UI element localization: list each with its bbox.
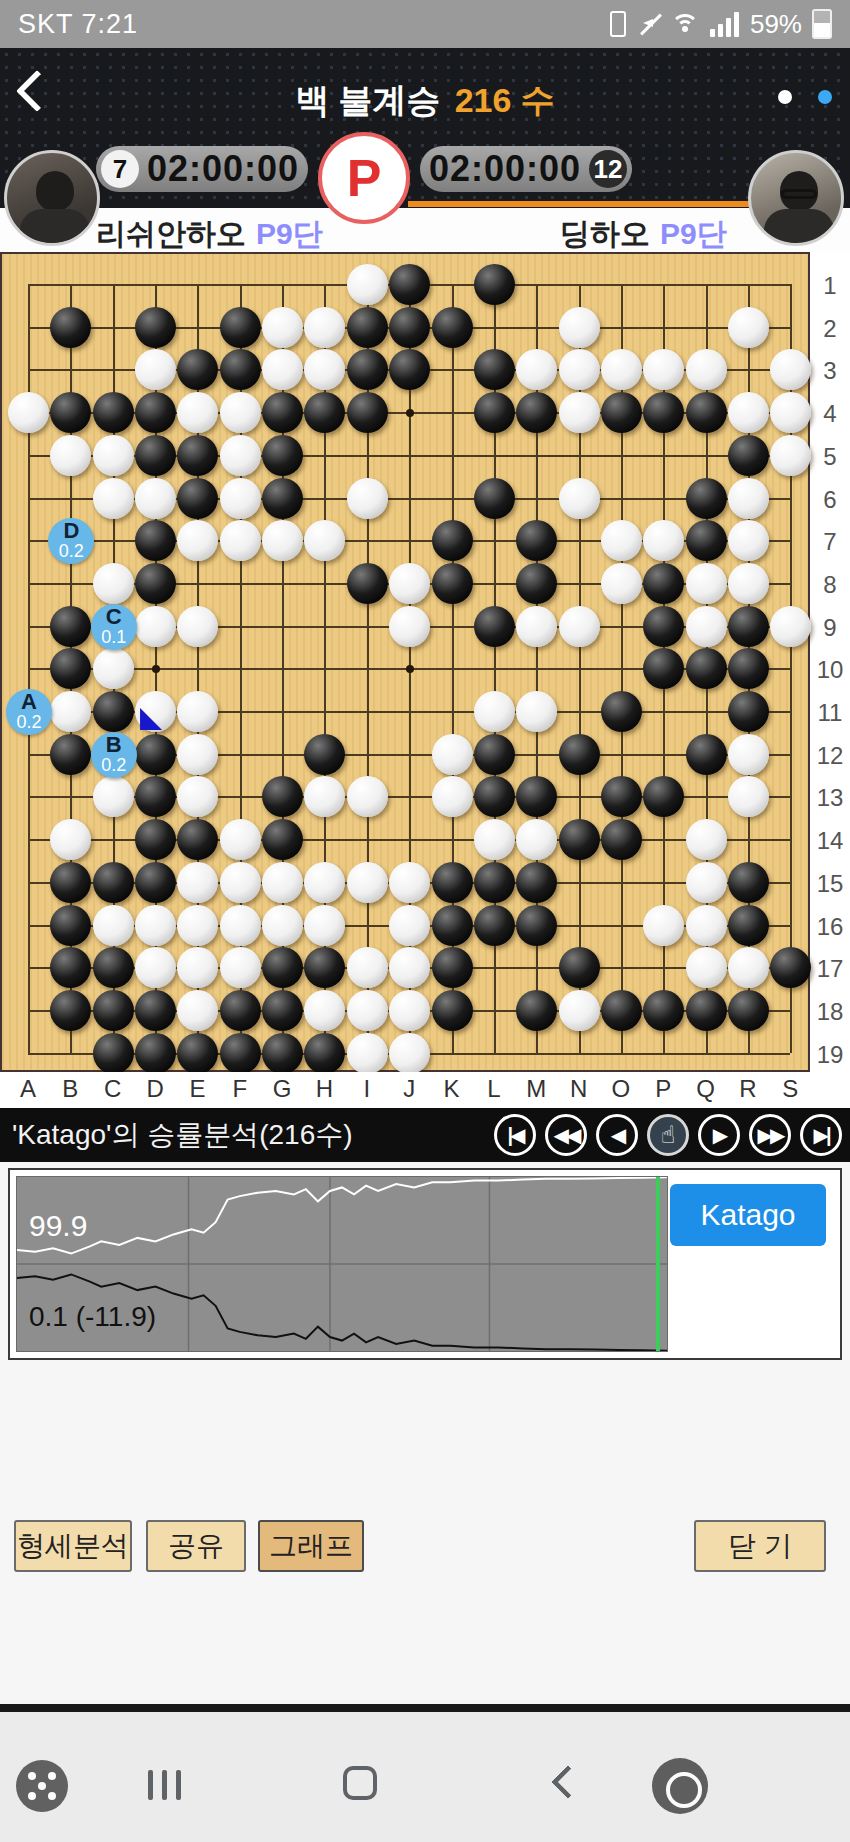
white-stone[interactable] bbox=[770, 392, 811, 433]
white-stone[interactable] bbox=[686, 349, 727, 390]
black-stone[interactable] bbox=[93, 990, 134, 1031]
black-stone[interactable] bbox=[559, 819, 600, 860]
black-stone[interactable] bbox=[601, 691, 642, 732]
row-label: 12 bbox=[810, 742, 850, 770]
left-player-name: 리쉬안하오P9단 bbox=[96, 214, 323, 255]
row-label: 7 bbox=[810, 528, 850, 556]
black-stone[interactable] bbox=[135, 563, 176, 604]
white-stone[interactable] bbox=[559, 606, 600, 647]
white-winrate-label: 99.9 bbox=[29, 1209, 87, 1243]
white-stone[interactable] bbox=[177, 990, 218, 1031]
white-stone[interactable] bbox=[643, 520, 684, 561]
white-stone[interactable] bbox=[559, 990, 600, 1031]
black-stone[interactable] bbox=[728, 606, 769, 647]
white-stone[interactable] bbox=[220, 520, 261, 561]
black-stone[interactable] bbox=[50, 862, 91, 903]
black-stone[interactable] bbox=[304, 734, 345, 775]
white-stone[interactable] bbox=[93, 648, 134, 689]
white-stone[interactable] bbox=[432, 734, 473, 775]
black-stone[interactable] bbox=[432, 862, 473, 903]
page-dot-white[interactable] bbox=[778, 90, 792, 104]
last-move-button[interactable]: ▶| bbox=[800, 1114, 842, 1156]
black-stone[interactable] bbox=[50, 905, 91, 946]
black-stone[interactable] bbox=[135, 819, 176, 860]
go-board[interactable]: 12345678910111213141516171819 D0.2C0.1A0… bbox=[0, 252, 850, 1072]
black-stone[interactable] bbox=[50, 392, 91, 433]
mute-icon bbox=[636, 12, 660, 36]
row-label: 17 bbox=[810, 955, 850, 983]
black-stone[interactable] bbox=[728, 648, 769, 689]
winrate-graph-card: 99.9 0.1 (-11.9) Katago bbox=[8, 1168, 842, 1360]
white-stone[interactable] bbox=[559, 478, 600, 519]
white-stone[interactable] bbox=[304, 990, 345, 1031]
white-stone[interactable] bbox=[177, 392, 218, 433]
column-coordinates: ABCDEFGHIJKLMNOPQRS bbox=[0, 1072, 850, 1106]
black-stone[interactable] bbox=[135, 435, 176, 476]
black-stone[interactable] bbox=[601, 819, 642, 860]
white-stone[interactable] bbox=[220, 947, 261, 988]
black-stone[interactable] bbox=[432, 563, 473, 604]
black-stone[interactable] bbox=[93, 691, 134, 732]
black-stone[interactable] bbox=[728, 905, 769, 946]
black-stone[interactable] bbox=[389, 307, 430, 348]
white-stone[interactable] bbox=[686, 947, 727, 988]
black-stone[interactable] bbox=[262, 435, 303, 476]
white-stone[interactable] bbox=[347, 1033, 388, 1074]
black-stone[interactable] bbox=[643, 990, 684, 1031]
black-stone[interactable] bbox=[516, 392, 557, 433]
column-label: M bbox=[516, 1075, 556, 1103]
move-label-D[interactable]: D0.2 bbox=[48, 518, 94, 564]
white-stone[interactable] bbox=[516, 349, 557, 390]
white-stone[interactable] bbox=[559, 349, 600, 390]
white-stone[interactable] bbox=[516, 819, 557, 860]
white-stone[interactable] bbox=[770, 606, 811, 647]
white-stone[interactable] bbox=[686, 862, 727, 903]
row-label: 16 bbox=[810, 913, 850, 941]
turn-indicator-line bbox=[408, 201, 760, 207]
black-stone[interactable] bbox=[686, 990, 727, 1031]
black-stone[interactable] bbox=[135, 1033, 176, 1074]
white-stone[interactable] bbox=[177, 862, 218, 903]
black-stone[interactable] bbox=[135, 776, 176, 817]
black-stone[interactable] bbox=[389, 264, 430, 305]
left-player-clock: 7 02:00:00 bbox=[96, 146, 308, 192]
white-stone[interactable] bbox=[262, 307, 303, 348]
move-label-B[interactable]: B0.2 bbox=[91, 732, 137, 778]
white-stone[interactable] bbox=[347, 776, 388, 817]
star-point bbox=[406, 665, 414, 673]
column-label: G bbox=[262, 1075, 302, 1103]
page-indicator[interactable] bbox=[778, 90, 832, 104]
white-stone[interactable] bbox=[93, 776, 134, 817]
black-stone[interactable] bbox=[432, 520, 473, 561]
assistive-touch-button[interactable] bbox=[652, 1758, 708, 1814]
row-label: 4 bbox=[810, 400, 850, 428]
column-label: Q bbox=[686, 1075, 726, 1103]
black-stone[interactable] bbox=[686, 478, 727, 519]
black-stone[interactable] bbox=[432, 307, 473, 348]
column-label: S bbox=[770, 1075, 810, 1103]
row-label: 2 bbox=[810, 315, 850, 343]
white-stone[interactable] bbox=[643, 905, 684, 946]
white-stone[interactable] bbox=[516, 606, 557, 647]
black-stone[interactable] bbox=[93, 947, 134, 988]
row-label: 6 bbox=[810, 486, 850, 514]
fast-back-button[interactable]: ◀◀ bbox=[545, 1114, 587, 1156]
hand-tool-button[interactable]: ☝ bbox=[647, 1114, 689, 1156]
black-stone[interactable] bbox=[50, 947, 91, 988]
black-stone[interactable] bbox=[686, 648, 727, 689]
white-stone[interactable] bbox=[220, 862, 261, 903]
white-stone[interactable] bbox=[135, 947, 176, 988]
white-stone[interactable] bbox=[135, 349, 176, 390]
black-stone[interactable] bbox=[347, 392, 388, 433]
black-stone[interactable] bbox=[304, 1033, 345, 1074]
white-stone[interactable] bbox=[389, 606, 430, 647]
white-stone[interactable] bbox=[686, 606, 727, 647]
white-stone[interactable] bbox=[474, 691, 515, 732]
column-label: K bbox=[432, 1075, 472, 1103]
black-stone[interactable] bbox=[262, 1033, 303, 1074]
winrate-plot[interactable]: 99.9 0.1 (-11.9) bbox=[16, 1176, 668, 1352]
black-stone[interactable] bbox=[686, 392, 727, 433]
column-label: O bbox=[601, 1075, 641, 1103]
star-point bbox=[406, 409, 414, 417]
white-stone[interactable] bbox=[770, 435, 811, 476]
white-stone[interactable] bbox=[559, 392, 600, 433]
wifi-icon bbox=[670, 12, 700, 36]
black-stone[interactable] bbox=[262, 947, 303, 988]
first-move-button[interactable]: |◀ bbox=[494, 1114, 536, 1156]
page-dot-blue[interactable] bbox=[818, 90, 832, 104]
black-stone[interactable] bbox=[643, 776, 684, 817]
white-stone[interactable] bbox=[686, 819, 727, 860]
black-stone[interactable] bbox=[686, 520, 727, 561]
white-stone[interactable] bbox=[135, 905, 176, 946]
black-stone[interactable] bbox=[177, 819, 218, 860]
white-stone[interactable] bbox=[304, 862, 345, 903]
footer-button-2[interactable]: 공유 bbox=[146, 1520, 246, 1572]
white-stone[interactable] bbox=[347, 990, 388, 1031]
black-stone[interactable] bbox=[432, 947, 473, 988]
black-stone[interactable] bbox=[516, 563, 557, 604]
black-stone[interactable] bbox=[432, 990, 473, 1031]
white-stone[interactable] bbox=[389, 862, 430, 903]
black-stone[interactable] bbox=[220, 307, 261, 348]
black-stone[interactable] bbox=[135, 520, 176, 561]
white-stone[interactable] bbox=[50, 691, 91, 732]
white-stone[interactable] bbox=[347, 264, 388, 305]
black-stone[interactable] bbox=[474, 392, 515, 433]
pass-badge[interactable]: P bbox=[318, 132, 410, 224]
black-stone[interactable] bbox=[177, 435, 218, 476]
row-label: 11 bbox=[810, 699, 850, 727]
row-label: 9 bbox=[810, 614, 850, 642]
white-stone[interactable] bbox=[728, 478, 769, 519]
white-stone[interactable] bbox=[643, 349, 684, 390]
black-stone[interactable] bbox=[135, 392, 176, 433]
white-stone[interactable] bbox=[347, 947, 388, 988]
black-stone[interactable] bbox=[516, 862, 557, 903]
game-pad-floating-button[interactable] bbox=[16, 1760, 68, 1812]
white-stone[interactable] bbox=[177, 734, 218, 775]
black-stone[interactable] bbox=[516, 990, 557, 1031]
black-stone[interactable] bbox=[50, 307, 91, 348]
white-stone[interactable] bbox=[728, 563, 769, 604]
black-stone[interactable] bbox=[304, 947, 345, 988]
carrier-time-label: SKT 7:21 bbox=[18, 9, 138, 40]
white-stone[interactable] bbox=[262, 349, 303, 390]
black-stone[interactable] bbox=[516, 776, 557, 817]
right-player-clock: 12 02:00:00 bbox=[420, 146, 632, 192]
black-stone[interactable] bbox=[643, 648, 684, 689]
black-stone[interactable] bbox=[262, 478, 303, 519]
row-label: 19 bbox=[810, 1041, 850, 1069]
white-stone[interactable] bbox=[601, 520, 642, 561]
signal-icon bbox=[710, 11, 740, 37]
white-stone[interactable] bbox=[304, 307, 345, 348]
white-stone[interactable] bbox=[389, 563, 430, 604]
black-stone[interactable] bbox=[177, 478, 218, 519]
black-stone[interactable] bbox=[559, 734, 600, 775]
analysis-title: 'Katago'의 승률분석(216수) bbox=[12, 1116, 353, 1154]
battery-saver-icon bbox=[610, 11, 626, 37]
black-stone[interactable] bbox=[728, 862, 769, 903]
white-stone[interactable] bbox=[177, 520, 218, 561]
black-stone[interactable] bbox=[601, 776, 642, 817]
white-stone[interactable] bbox=[304, 520, 345, 561]
white-stone[interactable] bbox=[135, 478, 176, 519]
black-stone[interactable] bbox=[728, 691, 769, 732]
engine-button[interactable]: Katago bbox=[670, 1184, 826, 1246]
black-stone[interactable] bbox=[347, 349, 388, 390]
forward-button[interactable]: ▶ bbox=[698, 1114, 740, 1156]
black-stone[interactable] bbox=[93, 1033, 134, 1074]
white-stone[interactable] bbox=[474, 819, 515, 860]
row-label: 18 bbox=[810, 998, 850, 1026]
black-stone[interactable] bbox=[304, 392, 345, 433]
white-stone[interactable] bbox=[262, 905, 303, 946]
move-label-A[interactable]: A0.2 bbox=[6, 689, 52, 735]
row-label: 13 bbox=[810, 784, 850, 812]
column-label: C bbox=[93, 1075, 133, 1103]
white-stone[interactable] bbox=[559, 307, 600, 348]
black-stone[interactable] bbox=[262, 392, 303, 433]
white-stone[interactable] bbox=[516, 691, 557, 732]
white-stone[interactable] bbox=[728, 947, 769, 988]
row-label: 8 bbox=[810, 571, 850, 599]
white-stone[interactable] bbox=[686, 905, 727, 946]
black-stone[interactable] bbox=[601, 990, 642, 1031]
black-stone[interactable] bbox=[50, 990, 91, 1031]
white-stone[interactable] bbox=[220, 905, 261, 946]
black-stone[interactable] bbox=[474, 606, 515, 647]
white-stone[interactable] bbox=[347, 478, 388, 519]
analysis-panel: 99.9 0.1 (-11.9) Katago 형세분석공유그래프닫 기 bbox=[0, 1162, 850, 1712]
series-white_winrate bbox=[17, 1177, 667, 1253]
column-label: I bbox=[347, 1075, 387, 1103]
black-stone[interactable] bbox=[389, 349, 430, 390]
footer-button-3[interactable]: 그래프 bbox=[258, 1520, 364, 1572]
row-label: 3 bbox=[810, 357, 850, 385]
left-player-rank: P9단 bbox=[256, 217, 323, 250]
black-stone[interactable] bbox=[50, 648, 91, 689]
column-label: A bbox=[8, 1075, 48, 1103]
black-stone[interactable] bbox=[135, 734, 176, 775]
recents-icon[interactable] bbox=[148, 1770, 188, 1800]
white-stone[interactable] bbox=[770, 349, 811, 390]
black-stone[interactable] bbox=[262, 776, 303, 817]
white-stone[interactable] bbox=[728, 392, 769, 433]
black-stone[interactable] bbox=[728, 435, 769, 476]
white-stone[interactable] bbox=[304, 905, 345, 946]
black-stone[interactable] bbox=[93, 392, 134, 433]
white-stone[interactable] bbox=[389, 947, 430, 988]
white-stone[interactable] bbox=[389, 1033, 430, 1074]
page-title: 백 불계승216 수 bbox=[0, 78, 850, 124]
white-stone[interactable] bbox=[93, 478, 134, 519]
white-stone[interactable] bbox=[8, 392, 49, 433]
black-stone[interactable] bbox=[559, 947, 600, 988]
home-icon[interactable] bbox=[343, 1766, 377, 1800]
black-stone[interactable] bbox=[135, 862, 176, 903]
black-winrate-label: 0.1 (-11.9) bbox=[29, 1301, 156, 1333]
black-stone[interactable] bbox=[643, 606, 684, 647]
android-navbar bbox=[0, 1712, 850, 1842]
app-root: SKT 7:21 59% 백 불계승216 수 7 02:00:00 12 02… bbox=[0, 0, 850, 1842]
white-stone[interactable] bbox=[601, 349, 642, 390]
footer-button-4[interactable]: 닫 기 bbox=[694, 1520, 826, 1572]
black-stone[interactable] bbox=[220, 349, 261, 390]
black-stone[interactable] bbox=[601, 392, 642, 433]
black-stone[interactable] bbox=[516, 905, 557, 946]
white-stone[interactable] bbox=[262, 520, 303, 561]
black-stone[interactable] bbox=[516, 520, 557, 561]
white-stone[interactable] bbox=[728, 307, 769, 348]
black-stone[interactable] bbox=[135, 990, 176, 1031]
back-button[interactable]: ◀ bbox=[596, 1114, 638, 1156]
white-stone[interactable] bbox=[220, 435, 261, 476]
white-stone[interactable] bbox=[177, 776, 218, 817]
white-stone[interactable] bbox=[728, 734, 769, 775]
left-player-avatar bbox=[4, 150, 100, 246]
row-label: 14 bbox=[810, 827, 850, 855]
black-stone[interactable] bbox=[474, 776, 515, 817]
white-stone[interactable] bbox=[262, 862, 303, 903]
row-label: 5 bbox=[810, 443, 850, 471]
white-stone[interactable] bbox=[347, 862, 388, 903]
left-captures-badge: 7 bbox=[101, 150, 139, 188]
black-stone[interactable] bbox=[93, 862, 134, 903]
white-stone[interactable] bbox=[93, 435, 134, 476]
battery-percent-label: 59% bbox=[750, 9, 802, 40]
row-label: 10 bbox=[810, 656, 850, 684]
column-label: J bbox=[389, 1075, 429, 1103]
black-stone[interactable] bbox=[50, 606, 91, 647]
black-stone[interactable] bbox=[177, 349, 218, 390]
column-label: N bbox=[559, 1075, 599, 1103]
black-stone[interactable] bbox=[474, 905, 515, 946]
footer-button-1[interactable]: 형세분석 bbox=[14, 1520, 132, 1572]
black-stone[interactable] bbox=[686, 734, 727, 775]
black-stone[interactable] bbox=[347, 563, 388, 604]
black-stone[interactable] bbox=[728, 990, 769, 1031]
black-stone[interactable] bbox=[474, 349, 515, 390]
row-label: 15 bbox=[810, 870, 850, 898]
star-point bbox=[152, 665, 160, 673]
column-label: H bbox=[304, 1075, 344, 1103]
white-stone[interactable] bbox=[93, 905, 134, 946]
white-stone[interactable] bbox=[220, 478, 261, 519]
white-stone[interactable] bbox=[304, 776, 345, 817]
right-time: 02:00:00 bbox=[429, 148, 581, 190]
white-stone[interactable] bbox=[220, 392, 261, 433]
move-label-C[interactable]: C0.1 bbox=[91, 604, 137, 650]
white-stone[interactable] bbox=[177, 947, 218, 988]
white-stone[interactable] bbox=[728, 776, 769, 817]
white-stone[interactable] bbox=[135, 606, 176, 647]
black-stone[interactable] bbox=[770, 947, 811, 988]
black-stone[interactable] bbox=[643, 563, 684, 604]
black-stone[interactable] bbox=[432, 905, 473, 946]
black-stone[interactable] bbox=[474, 478, 515, 519]
right-player-avatar bbox=[748, 150, 844, 246]
column-label: L bbox=[474, 1075, 514, 1103]
battery-icon bbox=[812, 9, 832, 39]
black-stone[interactable] bbox=[220, 1033, 261, 1074]
column-label: E bbox=[177, 1075, 217, 1103]
fast-forward-button[interactable]: ▶▶ bbox=[749, 1114, 791, 1156]
white-stone[interactable] bbox=[50, 435, 91, 476]
left-time: 02:00:00 bbox=[147, 148, 299, 190]
white-stone[interactable] bbox=[304, 349, 345, 390]
white-stone[interactable] bbox=[728, 520, 769, 561]
column-label: P bbox=[643, 1075, 683, 1103]
black-stone[interactable] bbox=[347, 307, 388, 348]
black-stone[interactable] bbox=[474, 734, 515, 775]
white-stone[interactable] bbox=[177, 691, 218, 732]
back-nav-icon[interactable] bbox=[551, 1765, 585, 1799]
white-stone[interactable] bbox=[50, 819, 91, 860]
black-stone[interactable] bbox=[50, 734, 91, 775]
black-stone[interactable] bbox=[643, 392, 684, 433]
white-stone[interactable] bbox=[177, 905, 218, 946]
analysis-toolbar: 'Katago'의 승률분석(216수) |◀◀◀◀☝▶▶▶▶| bbox=[0, 1108, 850, 1162]
column-label: B bbox=[50, 1075, 90, 1103]
white-stone[interactable] bbox=[389, 905, 430, 946]
white-stone[interactable] bbox=[177, 606, 218, 647]
right-captures-badge: 12 bbox=[589, 150, 627, 188]
white-stone[interactable] bbox=[686, 563, 727, 604]
row-label: 1 bbox=[810, 272, 850, 300]
black-stone[interactable] bbox=[135, 307, 176, 348]
right-player-rank: P9단 bbox=[660, 217, 727, 250]
black-stone[interactable] bbox=[177, 1033, 218, 1074]
column-label: F bbox=[220, 1075, 260, 1103]
black-stone[interactable] bbox=[220, 990, 261, 1031]
black-stone[interactable] bbox=[474, 264, 515, 305]
column-label: R bbox=[728, 1075, 768, 1103]
white-stone[interactable] bbox=[601, 563, 642, 604]
white-stone[interactable] bbox=[389, 990, 430, 1031]
black-stone[interactable] bbox=[262, 819, 303, 860]
black-stone[interactable] bbox=[262, 990, 303, 1031]
white-stone[interactable] bbox=[93, 563, 134, 604]
white-stone[interactable] bbox=[220, 819, 261, 860]
black-stone[interactable] bbox=[474, 862, 515, 903]
white-stone[interactable] bbox=[432, 776, 473, 817]
